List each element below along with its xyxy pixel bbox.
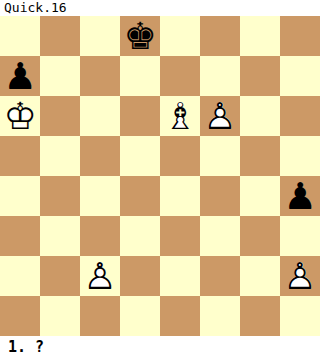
square-c3[interactable]	[80, 216, 120, 256]
square-a8[interactable]	[0, 16, 40, 56]
square-e1[interactable]	[160, 296, 200, 336]
square-a2[interactable]	[0, 256, 40, 296]
black-pawn-icon: ♟	[0, 56, 40, 96]
square-h1[interactable]	[280, 296, 320, 336]
piece-white-bishop[interactable]: ♝♗	[160, 96, 200, 136]
square-h6[interactable]	[280, 96, 320, 136]
square-h3[interactable]	[280, 216, 320, 256]
square-c5[interactable]	[80, 136, 120, 176]
square-b5[interactable]	[40, 136, 80, 176]
square-f5[interactable]	[200, 136, 240, 176]
square-g2[interactable]	[240, 256, 280, 296]
piece-black-pawn[interactable]: ♟	[0, 56, 40, 96]
square-c8[interactable]	[80, 16, 120, 56]
square-c6[interactable]	[80, 96, 120, 136]
square-b1[interactable]	[40, 296, 80, 336]
move-prompt: 1. ?	[0, 336, 320, 360]
square-f4[interactable]	[200, 176, 240, 216]
square-d7[interactable]	[120, 56, 160, 96]
piece-black-king[interactable]: ♚	[120, 16, 160, 56]
piece-black-pawn[interactable]: ♟	[280, 176, 320, 216]
square-e4[interactable]	[160, 176, 200, 216]
square-g1[interactable]	[240, 296, 280, 336]
black-pawn-icon: ♟	[280, 176, 320, 216]
white-pawn-icon: ♙	[80, 256, 120, 296]
square-e8[interactable]	[160, 16, 200, 56]
square-a1[interactable]	[0, 296, 40, 336]
chess-board: ♚♟♚♔♝♗♟♙♟♟♙♟♙	[0, 16, 320, 336]
square-g5[interactable]	[240, 136, 280, 176]
piece-white-pawn[interactable]: ♟♙	[280, 256, 320, 296]
white-pawn-icon: ♙	[280, 256, 320, 296]
square-b6[interactable]	[40, 96, 80, 136]
square-c1[interactable]	[80, 296, 120, 336]
square-h7[interactable]	[280, 56, 320, 96]
square-b7[interactable]	[40, 56, 80, 96]
white-bishop-icon: ♗	[160, 96, 200, 136]
square-h5[interactable]	[280, 136, 320, 176]
white-king-icon: ♔	[0, 96, 40, 136]
square-g6[interactable]	[240, 96, 280, 136]
piece-white-pawn[interactable]: ♟♙	[200, 96, 240, 136]
square-h8[interactable]	[280, 16, 320, 56]
square-f6[interactable]: ♟♙	[200, 96, 240, 136]
square-f3[interactable]	[200, 216, 240, 256]
square-a5[interactable]	[0, 136, 40, 176]
square-h4[interactable]: ♟	[280, 176, 320, 216]
piece-white-pawn[interactable]: ♟♙	[80, 256, 120, 296]
square-d4[interactable]	[120, 176, 160, 216]
square-e3[interactable]	[160, 216, 200, 256]
square-b3[interactable]	[40, 216, 80, 256]
black-king-icon: ♚	[120, 16, 160, 56]
square-a7[interactable]: ♟	[0, 56, 40, 96]
square-g7[interactable]	[240, 56, 280, 96]
square-e2[interactable]	[160, 256, 200, 296]
square-d6[interactable]	[120, 96, 160, 136]
square-e6[interactable]: ♝♗	[160, 96, 200, 136]
square-a3[interactable]	[0, 216, 40, 256]
square-c7[interactable]	[80, 56, 120, 96]
square-f2[interactable]	[200, 256, 240, 296]
square-b2[interactable]	[40, 256, 80, 296]
square-d5[interactable]	[120, 136, 160, 176]
square-b8[interactable]	[40, 16, 80, 56]
square-c2[interactable]: ♟♙	[80, 256, 120, 296]
square-e5[interactable]	[160, 136, 200, 176]
square-g4[interactable]	[240, 176, 280, 216]
square-f8[interactable]	[200, 16, 240, 56]
square-g3[interactable]	[240, 216, 280, 256]
square-d8[interactable]: ♚	[120, 16, 160, 56]
square-b4[interactable]	[40, 176, 80, 216]
piece-white-king[interactable]: ♚♔	[0, 96, 40, 136]
square-d3[interactable]	[120, 216, 160, 256]
square-f1[interactable]	[200, 296, 240, 336]
square-f7[interactable]	[200, 56, 240, 96]
square-d1[interactable]	[120, 296, 160, 336]
square-c4[interactable]	[80, 176, 120, 216]
square-h2[interactable]: ♟♙	[280, 256, 320, 296]
square-e7[interactable]	[160, 56, 200, 96]
puzzle-title: Quick.16	[0, 0, 320, 16]
square-a4[interactable]	[0, 176, 40, 216]
white-pawn-icon: ♙	[200, 96, 240, 136]
square-g8[interactable]	[240, 16, 280, 56]
square-d2[interactable]	[120, 256, 160, 296]
square-a6[interactable]: ♚♔	[0, 96, 40, 136]
